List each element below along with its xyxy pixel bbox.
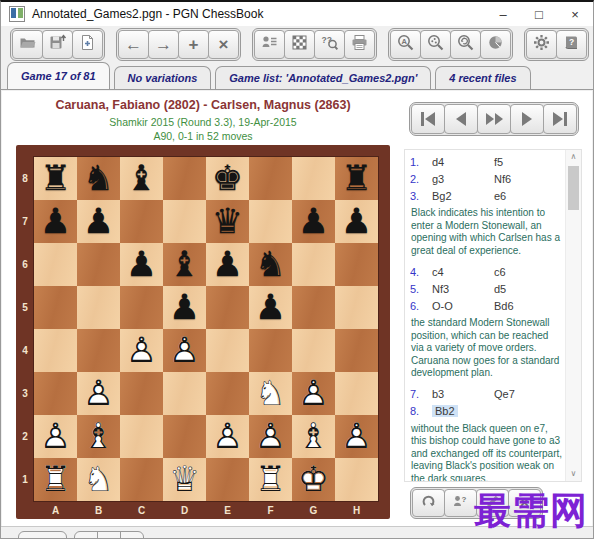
title-bar: Annotated_Games2.pgn - PGN ChessBook – □… xyxy=(1,2,593,26)
square-e3[interactable] xyxy=(206,372,249,415)
square-c3[interactable] xyxy=(120,372,163,415)
square-b6[interactable] xyxy=(77,243,120,286)
partial-button[interactable] xyxy=(120,532,143,539)
square-c4[interactable]: ♟♙ xyxy=(120,329,163,372)
open-folder-icon xyxy=(18,33,37,56)
open-folder-button[interactable] xyxy=(12,30,43,59)
add-game-icon: + xyxy=(189,36,199,53)
help-book-icon: ? xyxy=(562,33,581,56)
search-position-icon xyxy=(426,33,445,56)
white-knight-piece: ♞♘ xyxy=(77,458,120,501)
black-knight-piece: ♞ xyxy=(77,157,120,200)
rank-label-7: 7 xyxy=(16,216,34,227)
square-d4[interactable]: ♟♙ xyxy=(163,329,206,372)
partial-button[interactable] xyxy=(97,532,120,539)
autoplay-button[interactable] xyxy=(477,104,511,134)
square-d3[interactable] xyxy=(163,372,206,415)
move-comment: Black indicates his intention to enter a… xyxy=(410,204,564,263)
square-d6[interactable]: ♝ xyxy=(163,243,206,286)
square-d7[interactable] xyxy=(163,200,206,243)
white-bishop-piece: ♝♗ xyxy=(292,415,335,458)
go-last-icon xyxy=(553,112,567,126)
move-row: 6.O-OBd6 xyxy=(410,297,564,314)
file-label-h: H xyxy=(335,505,378,516)
move-navigation xyxy=(409,102,579,136)
black-bishop-piece: ♝ xyxy=(120,157,163,200)
square-b3[interactable]: ♟♙ xyxy=(77,372,120,415)
window-controls: – □ × xyxy=(485,2,593,26)
move-panel: 1.d4f52.g3Nf63.Bg2e6Black indicates his … xyxy=(404,149,582,482)
file-label-a: A xyxy=(34,505,77,516)
rank-label-2: 2 xyxy=(16,431,34,442)
delete-game-button[interactable]: × xyxy=(208,30,239,59)
white-pawn-piece: ♟♙ xyxy=(292,372,335,415)
square-b4[interactable] xyxy=(77,329,120,372)
partial-button[interactable] xyxy=(75,532,97,539)
move-number: 1. xyxy=(410,156,432,168)
square-e4[interactable] xyxy=(206,329,249,372)
move-list: 1.d4f52.g3Nf63.Bg2e6Black indicates his … xyxy=(410,153,564,481)
square-a4[interactable] xyxy=(34,329,77,372)
partial-button-group[interactable] xyxy=(74,531,144,539)
black-pawn-piece: ♟ xyxy=(34,200,77,243)
tab-game-17-of-81[interactable]: Game 17 of 81 xyxy=(7,62,110,89)
square-e1[interactable] xyxy=(206,458,249,501)
black-move[interactable]: c6 xyxy=(494,266,564,278)
eco-result-line: A90, 0-1 in 52 moves xyxy=(16,130,390,142)
square-g4[interactable] xyxy=(292,329,335,372)
partial-button[interactable] xyxy=(18,531,67,539)
white-pawn-piece: ♟♙ xyxy=(249,415,292,458)
square-c5[interactable] xyxy=(120,286,163,329)
go-next-button[interactable] xyxy=(510,104,544,134)
scroll-down-icon[interactable]: ∨ xyxy=(566,467,581,481)
white-move[interactable]: g3 xyxy=(432,173,494,185)
search-query-button[interactable]: ?? xyxy=(314,30,345,59)
toolbar-group-3: ?? xyxy=(252,28,377,61)
rank-label-6: 6 xyxy=(16,259,34,270)
go-first-icon xyxy=(421,112,435,126)
close-button[interactable]: × xyxy=(557,2,593,26)
square-e7[interactable]: ♛ xyxy=(206,200,249,243)
new-file-icon xyxy=(78,33,97,56)
square-b8[interactable]: ♞ xyxy=(77,157,120,200)
svg-text:A: A xyxy=(402,36,408,45)
square-b5[interactable] xyxy=(77,286,120,329)
chess-board: ♜♞♝♚♜♟♟♛♟♟♟♝♟♞♟♟♟♙♟♙♟♙♞♘♟♙♟♙♝♗♟♙♟♙♝♗♟♙♜♖… xyxy=(16,145,390,519)
move-number: 4. xyxy=(410,266,432,278)
watermark: 最需网 xyxy=(474,486,588,536)
black-pawn-piece: ♟ xyxy=(77,200,120,243)
square-f5[interactable]: ♟ xyxy=(249,286,292,329)
file-label-e: E xyxy=(206,505,249,516)
players-line: Caruana, Fabiano (2802) - Carlsen, Magnu… xyxy=(16,98,390,112)
square-a2[interactable]: ♟♙ xyxy=(34,415,77,458)
square-g2[interactable]: ♝♗ xyxy=(292,415,335,458)
settings-gear-icon xyxy=(532,33,551,56)
player-list-button[interactable] xyxy=(254,30,285,59)
square-g5[interactable] xyxy=(292,286,335,329)
file-label-g: G xyxy=(292,505,335,516)
square-c1[interactable] xyxy=(120,458,163,501)
square-g8[interactable] xyxy=(292,157,335,200)
svg-text:?: ? xyxy=(462,494,467,503)
square-f4[interactable] xyxy=(249,329,292,372)
board-setup-icon xyxy=(290,33,309,56)
toolbar: ←→+×??A? xyxy=(1,26,593,62)
square-h8[interactable]: ♜ xyxy=(335,157,378,200)
scrollbar-thumb[interactable] xyxy=(568,166,579,210)
help-book-button[interactable]: ? xyxy=(556,30,587,59)
white-move[interactable]: O-O xyxy=(432,300,494,312)
square-b2[interactable]: ♝♗ xyxy=(77,415,120,458)
file-label-f: F xyxy=(249,505,292,516)
search-reset-button[interactable] xyxy=(450,30,481,59)
move-list-scrollbar[interactable]: ∧ ∨ xyxy=(565,150,581,481)
white-move[interactable]: Nf3 xyxy=(432,283,494,295)
print-button[interactable] xyxy=(344,30,375,59)
maximize-button[interactable]: □ xyxy=(521,2,557,26)
toolbar-group-5: ? xyxy=(524,28,589,61)
rank-label-8: 8 xyxy=(16,173,34,184)
white-pawn-piece: ♟♙ xyxy=(120,329,163,372)
settings-gear-button[interactable] xyxy=(526,30,557,59)
square-f8[interactable] xyxy=(249,157,292,200)
flip-board-icon xyxy=(419,492,438,515)
move-number: 8. xyxy=(410,405,432,417)
arrow-right-button[interactable]: → xyxy=(148,30,179,59)
move-number: 5. xyxy=(410,283,432,295)
white-pawn-piece: ♟♙ xyxy=(77,372,120,415)
toolbar-group-2: ←→+× xyxy=(116,28,241,61)
black-rook-piece: ♜ xyxy=(335,157,378,200)
file-label-d: D xyxy=(163,505,206,516)
black-move[interactable]: e6 xyxy=(494,190,564,202)
square-g3[interactable]: ♟♙ xyxy=(292,372,335,415)
white-move[interactable]: d4 xyxy=(432,156,494,168)
square-d2[interactable] xyxy=(163,415,206,458)
black-bishop-piece: ♝ xyxy=(163,243,206,286)
save-file-button[interactable] xyxy=(42,30,73,59)
white-pawn-piece: ♟♙ xyxy=(163,329,206,372)
search-query-icon: ?? xyxy=(320,33,339,56)
square-c8[interactable]: ♝ xyxy=(120,157,163,200)
statistics-button[interactable] xyxy=(480,30,511,59)
square-a3[interactable] xyxy=(34,372,77,415)
autoplay-icon xyxy=(486,113,503,125)
black-king-piece: ♚ xyxy=(206,157,249,200)
window-title: Annotated_Games2.pgn - PGN ChessBook xyxy=(32,7,263,21)
square-d1[interactable]: ♛♕ xyxy=(163,458,206,501)
event-line: Shamkir 2015 (Round 3.3), 19-Apr-2015 xyxy=(16,116,390,128)
arrow-right-icon: → xyxy=(155,36,172,53)
square-d8[interactable] xyxy=(163,157,206,200)
square-g7[interactable]: ♟ xyxy=(292,200,335,243)
move-number: 3. xyxy=(410,190,432,202)
white-move[interactable]: Bg2 xyxy=(432,190,494,202)
board-setup-button[interactable] xyxy=(284,30,315,59)
square-h4[interactable] xyxy=(335,329,378,372)
search-position-button[interactable] xyxy=(420,30,451,59)
go-last-button[interactable] xyxy=(543,104,577,134)
white-move[interactable]: Bb2 xyxy=(432,405,494,417)
main-content: Caruana, Fabiano (2802) - Carlsen, Magnu… xyxy=(2,91,592,529)
go-next-icon xyxy=(522,112,532,126)
square-h2[interactable]: ♟♙ xyxy=(335,415,378,458)
white-rook-piece: ♜♖ xyxy=(34,458,77,501)
black-move[interactable]: Bd6 xyxy=(494,300,564,312)
square-a6[interactable] xyxy=(34,243,77,286)
square-d5[interactable]: ♟ xyxy=(163,286,206,329)
white-rook-piece: ♜♖ xyxy=(249,458,292,501)
black-move[interactable]: Nf6 xyxy=(494,173,564,185)
game-header: Caruana, Fabiano (2802) - Carlsen, Magnu… xyxy=(16,98,390,142)
black-move[interactable]: Qe7 xyxy=(494,388,564,400)
go-first-button[interactable] xyxy=(411,104,445,134)
arrow-left-button[interactable]: ← xyxy=(118,30,149,59)
tab-no-variations[interactable]: No variations xyxy=(114,66,212,89)
player-info-button[interactable]: ? xyxy=(444,489,477,517)
flip-board-button[interactable] xyxy=(412,489,445,517)
square-f7[interactable] xyxy=(249,200,292,243)
black-pawn-piece: ♟ xyxy=(163,286,206,329)
black-pawn-piece: ♟ xyxy=(249,286,292,329)
white-bishop-piece: ♝♗ xyxy=(77,415,120,458)
search-annotations-icon: A xyxy=(396,33,415,56)
black-queen-piece: ♛ xyxy=(206,200,249,243)
file-label-b: B xyxy=(77,505,120,516)
white-knight-piece: ♞♘ xyxy=(249,372,292,415)
rank-label-3: 3 xyxy=(16,388,34,399)
svg-text:?: ? xyxy=(569,37,574,47)
square-h6[interactable] xyxy=(335,243,378,286)
save-file-icon xyxy=(48,33,67,56)
move-number: 2. xyxy=(410,173,432,185)
square-c2[interactable] xyxy=(120,415,163,458)
black-pawn-piece: ♟ xyxy=(292,200,335,243)
black-move[interactable]: f5 xyxy=(494,156,564,168)
file-label-c: C xyxy=(120,505,163,516)
square-g6[interactable] xyxy=(292,243,335,286)
white-move[interactable]: c4 xyxy=(432,266,494,278)
search-reset-icon xyxy=(456,33,475,56)
move-row: 4.c4c6 xyxy=(410,263,564,280)
add-game-button[interactable]: + xyxy=(178,30,209,59)
print-icon xyxy=(350,33,369,56)
white-pawn-piece: ♟♙ xyxy=(34,415,77,458)
rank-label-1: 1 xyxy=(16,474,34,485)
app-window: Annotated_Games2.pgn - PGN ChessBook – □… xyxy=(0,0,594,539)
move-row: 2.g3Nf6 xyxy=(410,170,564,187)
move-comment: without the Black queen on e7, this bish… xyxy=(410,420,564,482)
square-e8[interactable]: ♚ xyxy=(206,157,249,200)
search-annotations-button[interactable]: A xyxy=(390,30,421,59)
square-h7[interactable]: ♟ xyxy=(335,200,378,243)
move-row: 5.Nf3d5 xyxy=(410,280,564,297)
svg-text:??: ?? xyxy=(322,34,332,44)
square-g1[interactable]: ♚♔ xyxy=(292,458,335,501)
player-list-icon xyxy=(260,33,279,56)
square-c6[interactable]: ♟ xyxy=(120,243,163,286)
tab-4-recent-files[interactable]: 4 recent files xyxy=(435,66,530,89)
minimize-button[interactable]: – xyxy=(485,2,521,26)
app-icon xyxy=(9,6,25,22)
toolbar-group-1 xyxy=(10,28,105,61)
square-b7[interactable]: ♟ xyxy=(77,200,120,243)
scroll-up-icon[interactable]: ∧ xyxy=(566,150,581,164)
statistics-icon xyxy=(486,33,505,56)
square-a1[interactable]: ♜♖ xyxy=(34,458,77,501)
white-move[interactable]: b3 xyxy=(432,388,494,400)
delete-game-icon: × xyxy=(219,36,229,53)
square-a7[interactable]: ♟ xyxy=(34,200,77,243)
black-pawn-piece: ♟ xyxy=(206,243,249,286)
move-comment: the standard Modern Stonewall position, … xyxy=(410,314,564,386)
square-h5[interactable] xyxy=(335,286,378,329)
white-pawn-piece: ♟♙ xyxy=(206,415,249,458)
arrow-left-icon: ← xyxy=(125,36,142,53)
square-e2[interactable]: ♟♙ xyxy=(206,415,249,458)
square-a8[interactable]: ♜ xyxy=(34,157,77,200)
square-f1[interactable]: ♜♖ xyxy=(249,458,292,501)
rank-label-5: 5 xyxy=(16,302,34,313)
move-row: 3.Bg2e6 xyxy=(410,187,564,204)
square-f6[interactable]: ♞ xyxy=(249,243,292,286)
move-row: 8.Bb2 xyxy=(410,403,564,420)
board-squares: ♜♞♝♚♜♟♟♛♟♟♟♝♟♞♟♟♟♙♟♙♟♙♞♘♟♙♟♙♝♗♟♙♟♙♝♗♟♙♜♖… xyxy=(34,157,378,501)
square-f3[interactable]: ♞♘ xyxy=(249,372,292,415)
square-h3[interactable] xyxy=(335,372,378,415)
go-prev-button[interactable] xyxy=(444,104,478,134)
white-pawn-piece: ♟♙ xyxy=(335,415,378,458)
white-king-piece: ♚♔ xyxy=(292,458,335,501)
move-row: 7.b3Qe7 xyxy=(410,386,564,403)
go-prev-icon xyxy=(456,112,466,126)
tab-game-list-annotated-games2-pgn[interactable]: Game list: 'Annotated_Games2.pgn' xyxy=(215,66,431,89)
rank-label-4: 4 xyxy=(16,345,34,356)
black-pawn-piece: ♟ xyxy=(335,200,378,243)
player-info-icon: ? xyxy=(451,492,470,515)
move-number: 7. xyxy=(410,388,432,400)
square-a5[interactable] xyxy=(34,286,77,329)
square-e6[interactable]: ♟ xyxy=(206,243,249,286)
black-rook-piece: ♜ xyxy=(34,157,77,200)
black-pawn-piece: ♟ xyxy=(120,243,163,286)
square-b1[interactable]: ♞♘ xyxy=(77,458,120,501)
black-move[interactable]: d5 xyxy=(494,283,564,295)
move-row: 1.d4f5 xyxy=(410,153,564,170)
toolbar-group-4: A xyxy=(388,28,513,61)
new-file-button[interactable] xyxy=(72,30,103,59)
white-queen-piece: ♛♕ xyxy=(163,458,206,501)
square-h1[interactable] xyxy=(335,458,378,501)
square-c7[interactable] xyxy=(120,200,163,243)
square-f2[interactable]: ♟♙ xyxy=(249,415,292,458)
square-e5[interactable] xyxy=(206,286,249,329)
tab-bar: Game 17 of 81No variationsGame list: 'An… xyxy=(1,62,593,90)
black-knight-piece: ♞ xyxy=(249,243,292,286)
move-number: 6. xyxy=(410,300,432,312)
